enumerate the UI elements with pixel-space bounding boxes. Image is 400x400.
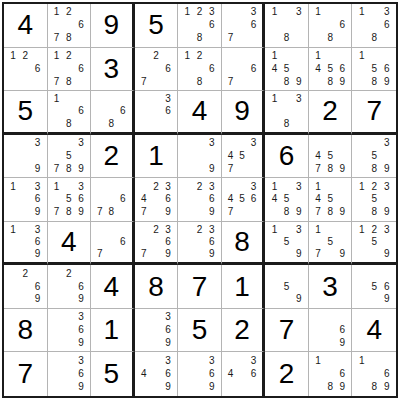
cell-r1c4[interactable]: 5 — [135, 4, 179, 48]
cell-r1c8[interactable]: 168 — [309, 4, 353, 48]
cell-r6c1[interactable]: 1369 — [4, 222, 48, 266]
candidate-5 — [19, 62, 31, 75]
candidate-4 — [312, 324, 324, 337]
candidate-2 — [63, 137, 75, 150]
candidate-3 — [117, 93, 129, 105]
candidate-5: 5 — [281, 236, 293, 248]
candidate-6: 6 — [380, 368, 393, 381]
candidate-7 — [7, 248, 19, 260]
candidate-2: 2 — [19, 267, 31, 280]
candidate-9 — [248, 206, 260, 219]
candidate-8 — [150, 117, 162, 129]
candidate-9: 9 — [380, 75, 393, 88]
candidate-3 — [75, 267, 87, 280]
candidate-2: 2 — [150, 50, 162, 63]
pencil-marks: 1356789 — [48, 178, 91, 221]
candidate-7 — [268, 75, 280, 88]
cell-r8c1[interactable]: 8 — [4, 309, 48, 353]
candidate-5: 5 — [324, 62, 336, 75]
candidate-8: 8 — [106, 206, 118, 219]
candidate-6: 6 — [75, 193, 87, 206]
candidate-3: 3 — [293, 6, 305, 19]
candidate-3 — [117, 180, 129, 193]
cell-r9c2[interactable]: 369 — [48, 352, 92, 396]
cell-r7c6[interactable]: 1 — [222, 265, 266, 309]
cell-r4c1[interactable]: 39 — [4, 135, 48, 179]
candidate-8 — [150, 248, 162, 260]
cell-r7c4[interactable]: 8 — [135, 265, 179, 309]
candidate-1 — [7, 267, 19, 280]
candidate-2 — [324, 50, 336, 63]
candidate-9 — [248, 381, 260, 394]
candidate-6: 6 — [248, 19, 260, 32]
candidate-6: 6 — [117, 193, 129, 206]
cell-r9c3[interactable]: 5 — [91, 352, 135, 396]
candidate-6: 6 — [75, 19, 87, 32]
cell-r9c8[interactable]: 1689 — [309, 352, 353, 396]
cell-r4c5[interactable]: 39 — [178, 135, 222, 179]
cell-r5c9[interactable]: 123589 — [352, 178, 396, 222]
candidate-1 — [138, 224, 150, 236]
candidate-6 — [336, 236, 348, 248]
cell-value: 7 — [4, 352, 47, 396]
candidate-1 — [312, 311, 324, 324]
cell-value: 3 — [91, 48, 132, 91]
candidate-7: 7 — [225, 75, 237, 88]
candidate-4 — [355, 368, 368, 381]
candidate-3 — [336, 180, 348, 193]
cell-r6c5[interactable]: 2369 — [178, 222, 222, 266]
candidate-4: 4 — [225, 193, 237, 206]
candidate-2 — [236, 50, 248, 63]
candidate-9: 9 — [293, 248, 305, 260]
cell-r1c9[interactable]: 1368 — [352, 4, 396, 48]
candidate-6: 6 — [75, 105, 87, 117]
cell-r6c4[interactable]: 23679 — [135, 222, 179, 266]
cell-r9c9[interactable]: 1689 — [352, 352, 396, 396]
candidate-8 — [19, 293, 31, 306]
candidate-8: 8 — [63, 32, 75, 45]
candidate-2 — [150, 93, 162, 105]
candidate-7: 7 — [138, 75, 150, 88]
cell-r8c5[interactable]: 5 — [178, 309, 222, 353]
candidate-9 — [31, 75, 43, 88]
cell-value: 4 — [4, 4, 47, 47]
cell-r6c8[interactable]: 1579 — [309, 222, 353, 266]
cell-r5c5[interactable]: 2369 — [178, 178, 222, 222]
cell-r3c1[interactable]: 5 — [4, 91, 48, 135]
candidate-7 — [7, 75, 19, 88]
cell-r9c6[interactable]: 346 — [222, 352, 266, 396]
candidate-6 — [293, 62, 305, 75]
candidate-6: 6 — [336, 368, 348, 381]
cell-r6c2[interactable]: 4 — [48, 222, 92, 266]
candidate-9: 9 — [380, 293, 393, 306]
candidate-5 — [150, 105, 162, 117]
cell-r2c8[interactable]: 145689 — [309, 48, 353, 92]
cell-r3c4[interactable]: 36 — [135, 91, 179, 135]
candidate-4 — [181, 150, 193, 163]
cell-r8c9[interactable]: 4 — [352, 309, 396, 353]
cell-r4c9[interactable]: 3589 — [352, 135, 396, 179]
pencil-marks: 234679 — [135, 178, 178, 221]
pencil-marks: 35789 — [48, 135, 91, 178]
cell-value: 5 — [135, 4, 178, 47]
candidate-8 — [324, 337, 336, 350]
pencil-marks: 3469 — [135, 352, 178, 396]
pencil-marks: 369 — [48, 309, 91, 352]
cell-r2c2[interactable]: 12678 — [48, 48, 92, 92]
candidate-8: 8 — [368, 206, 381, 219]
candidate-1: 1 — [355, 50, 368, 63]
candidate-9: 9 — [31, 248, 43, 260]
cell-r4c3[interactable]: 2 — [91, 135, 135, 179]
cell-r9c1[interactable]: 7 — [4, 352, 48, 396]
candidate-7 — [181, 248, 193, 260]
candidate-4 — [51, 62, 63, 75]
pencil-marks: 2369 — [178, 222, 221, 263]
cell-r1c6[interactable]: 367 — [222, 4, 266, 48]
cell-r4c4[interactable]: 1 — [135, 135, 179, 179]
candidate-8 — [150, 75, 162, 88]
candidate-4 — [181, 62, 193, 75]
candidate-5 — [193, 236, 205, 248]
candidate-7 — [51, 117, 63, 129]
candidate-3 — [162, 50, 174, 63]
candidate-3 — [380, 267, 393, 280]
candidate-6 — [293, 280, 305, 293]
cell-r9c7[interactable]: 2 — [265, 352, 309, 396]
candidate-8: 8 — [106, 117, 118, 129]
candidate-7 — [312, 32, 324, 45]
candidate-4: 4 — [225, 368, 237, 381]
candidate-3 — [293, 267, 305, 280]
cell-r3c7[interactable]: 138 — [265, 91, 309, 135]
candidate-2 — [324, 311, 336, 324]
cell-r6c3[interactable]: 67 — [91, 222, 135, 266]
cell-r1c3[interactable]: 9 — [91, 4, 135, 48]
candidate-1 — [225, 50, 237, 63]
cell-r5c7[interactable]: 134589 — [265, 178, 309, 222]
candidate-2 — [281, 50, 293, 63]
candidate-1 — [181, 224, 193, 236]
cell-r7c2[interactable]: 269 — [48, 265, 92, 309]
candidate-1: 1 — [355, 224, 368, 236]
candidate-1: 1 — [268, 6, 280, 19]
candidate-2 — [281, 224, 293, 236]
candidate-8: 8 — [324, 162, 336, 175]
cell-r6c6[interactable]: 8 — [222, 222, 266, 266]
candidate-3 — [380, 50, 393, 63]
candidate-8 — [63, 381, 75, 394]
candidate-6: 6 — [31, 193, 43, 206]
cell-r4c2[interactable]: 35789 — [48, 135, 92, 179]
candidate-2: 2 — [150, 180, 162, 193]
candidate-8 — [19, 248, 31, 260]
cell-r2c9[interactable]: 15689 — [352, 48, 396, 92]
candidate-4: 4 — [312, 62, 324, 75]
candidate-2: 2 — [193, 6, 205, 19]
cell-r3c3[interactable]: 68 — [91, 91, 135, 135]
candidate-2 — [106, 224, 118, 236]
candidate-1: 1 — [355, 6, 368, 19]
pencil-marks: 3457 — [222, 135, 263, 178]
cell-r7c8[interactable]: 3 — [309, 265, 353, 309]
candidate-8: 8 — [63, 162, 75, 175]
candidate-6: 6 — [75, 62, 87, 75]
candidate-1: 1 — [312, 180, 324, 193]
candidate-4 — [312, 236, 324, 248]
cell-value: 8 — [135, 265, 178, 308]
candidate-3: 3 — [162, 180, 174, 193]
candidate-1 — [138, 93, 150, 105]
candidate-2 — [63, 180, 75, 193]
pencil-marks: 1268 — [178, 48, 221, 91]
cell-r2c7[interactable]: 14589 — [265, 48, 309, 92]
candidate-5: 5 — [368, 150, 381, 163]
candidate-8: 8 — [281, 75, 293, 88]
candidate-4 — [138, 236, 150, 248]
candidate-8 — [281, 248, 293, 260]
cell-r9c5[interactable]: 369 — [178, 352, 222, 396]
candidate-7: 7 — [312, 206, 324, 219]
pencil-marks: 269 — [4, 265, 47, 308]
cell-r2c4[interactable]: 267 — [135, 48, 179, 92]
cell-r5c1[interactable]: 1369 — [4, 178, 48, 222]
candidate-3 — [117, 224, 129, 236]
cell-value: 9 — [91, 4, 132, 47]
candidate-4 — [94, 193, 106, 206]
candidate-7 — [355, 32, 368, 45]
candidate-5 — [150, 62, 162, 75]
candidate-4 — [225, 62, 237, 75]
cell-value: 1 — [222, 265, 263, 308]
candidate-9 — [248, 162, 260, 175]
candidate-2 — [324, 137, 336, 150]
cell-value: 9 — [222, 91, 263, 132]
candidate-7 — [138, 117, 150, 129]
candidate-7: 7 — [225, 162, 237, 175]
cell-r7c3[interactable]: 4 — [91, 265, 135, 309]
cell-r8c7[interactable]: 7 — [265, 309, 309, 353]
candidate-9: 9 — [206, 381, 218, 394]
cell-r4c7[interactable]: 6 — [265, 135, 309, 179]
candidate-7 — [181, 32, 193, 45]
candidate-5: 5 — [324, 236, 336, 248]
candidate-5: 5 — [324, 150, 336, 163]
candidate-2 — [19, 224, 31, 236]
pencil-marks: 36 — [135, 91, 178, 132]
candidate-4 — [7, 150, 19, 163]
candidate-2 — [193, 137, 205, 150]
cell-r8c8[interactable]: 69 — [309, 309, 353, 353]
candidate-6: 6 — [162, 105, 174, 117]
candidate-2 — [63, 311, 75, 324]
candidate-9: 9 — [162, 206, 174, 219]
candidate-3: 3 — [206, 180, 218, 193]
candidate-9: 9 — [336, 337, 348, 350]
cell-r1c2[interactable]: 12678 — [48, 4, 92, 48]
pencil-marks: 12678 — [48, 4, 91, 47]
candidate-1: 1 — [312, 354, 324, 367]
cell-r6c7[interactable]: 1359 — [265, 222, 309, 266]
cell-r6c9[interactable]: 12359 — [352, 222, 396, 266]
pencil-marks: 67 — [91, 222, 132, 263]
cell-r5c2[interactable]: 1356789 — [48, 178, 92, 222]
candidate-8: 8 — [63, 75, 75, 88]
candidate-1 — [51, 267, 63, 280]
cell-r1c7[interactable]: 138 — [265, 4, 309, 48]
cell-r9c4[interactable]: 3469 — [135, 352, 179, 396]
candidate-2: 2 — [368, 180, 381, 193]
candidate-5 — [281, 19, 293, 32]
candidate-8: 8 — [281, 117, 293, 129]
candidate-7 — [268, 206, 280, 219]
cell-r7c5[interactable]: 7 — [178, 265, 222, 309]
candidate-7 — [355, 206, 368, 219]
candidate-7: 7 — [312, 162, 324, 175]
candidate-9: 9 — [206, 206, 218, 219]
candidate-1: 1 — [268, 93, 280, 105]
candidate-3 — [248, 50, 260, 63]
cell-r3c6[interactable]: 9 — [222, 91, 266, 135]
candidate-6: 6 — [380, 19, 393, 32]
candidate-5: 5 — [324, 193, 336, 206]
candidate-7: 7 — [51, 206, 63, 219]
cell-r5c6[interactable]: 34567 — [222, 178, 266, 222]
candidate-6: 6 — [117, 236, 129, 248]
cell-r8c2[interactable]: 369 — [48, 309, 92, 353]
candidate-5 — [19, 280, 31, 293]
cell-r4c8[interactable]: 45789 — [309, 135, 353, 179]
candidate-3: 3 — [380, 6, 393, 19]
candidate-6: 6 — [162, 193, 174, 206]
cell-r2c1[interactable]: 126 — [4, 48, 48, 92]
cell-r1c1[interactable]: 4 — [4, 4, 48, 48]
candidate-9: 9 — [380, 248, 393, 260]
pencil-marks: 145689 — [309, 48, 352, 91]
cell-r5c8[interactable]: 145789 — [309, 178, 353, 222]
candidate-3 — [380, 354, 393, 367]
cell-value: 7 — [178, 265, 221, 308]
candidate-3 — [336, 224, 348, 236]
candidate-7 — [355, 162, 368, 175]
candidate-4 — [138, 324, 150, 337]
candidate-9: 9 — [162, 381, 174, 394]
cell-r7c9[interactable]: 569 — [352, 265, 396, 309]
candidate-4 — [355, 193, 368, 206]
candidate-3: 3 — [293, 224, 305, 236]
candidate-2 — [368, 6, 381, 19]
cell-value: 2 — [222, 309, 263, 352]
candidate-6 — [380, 236, 393, 248]
candidate-3: 3 — [75, 354, 87, 367]
cell-r7c7[interactable]: 59 — [265, 265, 309, 309]
cell-r5c3[interactable]: 678 — [91, 178, 135, 222]
candidate-3: 3 — [380, 137, 393, 150]
candidate-9 — [117, 248, 129, 260]
candidate-2 — [324, 354, 336, 367]
candidate-6 — [293, 193, 305, 206]
candidate-9: 9 — [336, 162, 348, 175]
cell-r3c5[interactable]: 4 — [178, 91, 222, 135]
candidate-8 — [193, 206, 205, 219]
candidate-1 — [51, 311, 63, 324]
candidate-3: 3 — [380, 224, 393, 236]
candidate-1: 1 — [181, 50, 193, 63]
cell-value: 4 — [48, 222, 91, 263]
cell-r8c6[interactable]: 2 — [222, 309, 266, 353]
cell-r5c4[interactable]: 234679 — [135, 178, 179, 222]
candidate-1 — [51, 137, 63, 150]
candidate-9: 9 — [336, 206, 348, 219]
cell-r8c3[interactable]: 1 — [91, 309, 135, 353]
cell-r2c3[interactable]: 3 — [91, 48, 135, 92]
cell-value: 7 — [265, 309, 308, 352]
candidate-4 — [181, 368, 193, 381]
candidate-3 — [336, 50, 348, 63]
candidate-2 — [368, 354, 381, 367]
candidate-4 — [268, 280, 280, 293]
candidate-1 — [225, 6, 237, 19]
candidate-4: 4 — [312, 150, 324, 163]
pencil-marks: 138 — [265, 91, 308, 132]
pencil-marks: 369 — [135, 309, 178, 352]
candidate-2 — [236, 354, 248, 367]
candidate-7 — [51, 337, 63, 350]
candidate-2 — [106, 93, 118, 105]
cell-r2c5[interactable]: 1268 — [178, 48, 222, 92]
candidate-1: 1 — [312, 224, 324, 236]
candidate-4 — [181, 193, 193, 206]
pencil-marks: 145789 — [309, 178, 352, 221]
candidate-1 — [355, 137, 368, 150]
cell-r4c6[interactable]: 3457 — [222, 135, 266, 179]
candidate-7 — [7, 162, 19, 175]
candidate-5 — [63, 19, 75, 32]
cell-r1c5[interactable]: 12368 — [178, 4, 222, 48]
candidate-5: 5 — [368, 193, 381, 206]
candidate-2 — [368, 50, 381, 63]
pencil-marks: 2369 — [178, 178, 221, 221]
candidate-6: 6 — [248, 62, 260, 75]
candidate-9 — [75, 117, 87, 129]
pencil-marks: 12678 — [48, 48, 91, 91]
cell-r3c9[interactable]: 7 — [352, 91, 396, 135]
pencil-marks: 15689 — [352, 48, 396, 91]
cell-value: 8 — [4, 309, 47, 352]
candidate-6: 6 — [336, 19, 348, 32]
cell-r8c4[interactable]: 369 — [135, 309, 179, 353]
cell-r7c1[interactable]: 269 — [4, 265, 48, 309]
candidate-7: 7 — [225, 206, 237, 219]
candidate-6 — [31, 150, 43, 163]
pencil-marks: 59 — [265, 265, 308, 308]
candidate-9 — [206, 75, 218, 88]
candidate-5: 5 — [236, 193, 248, 206]
candidate-5: 5 — [236, 150, 248, 163]
candidate-2 — [236, 180, 248, 193]
cell-r3c8[interactable]: 2 — [309, 91, 353, 135]
candidate-1 — [94, 180, 106, 193]
candidate-1 — [355, 267, 368, 280]
pencil-marks: 67 — [222, 48, 263, 91]
cell-r3c2[interactable]: 168 — [48, 91, 92, 135]
candidate-9: 9 — [75, 162, 87, 175]
cell-r2c6[interactable]: 67 — [222, 48, 266, 92]
candidate-7 — [225, 381, 237, 394]
pencil-marks: 3589 — [352, 135, 396, 178]
